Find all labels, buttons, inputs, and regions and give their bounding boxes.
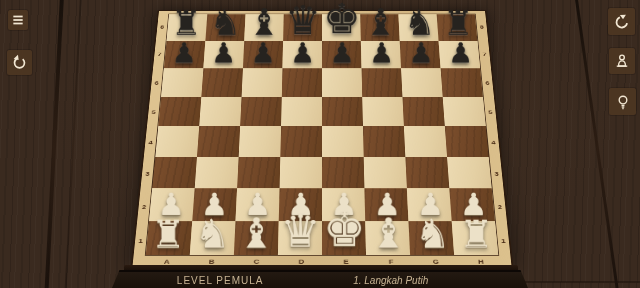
square-h7[interactable]: ♟ [439,41,481,68]
file-label-bottom: C [253,258,259,265]
piece-black-king[interactable]: ♚ [323,0,361,40]
square-f7[interactable]: ♟ [361,41,401,68]
piece-black-pawn[interactable]: ♟ [369,39,394,67]
square-d3[interactable] [280,157,322,189]
board-scene: ♜♞♝♛♚♝♞♜♟♟♟♟♟♟♟♟♟♟♟♟♟♟♟♟♜♞♝♛♚♝♞♜ ABCDEFG… [131,10,514,268]
square-c1[interactable]: ♝ [234,221,279,255]
file-label-bottom: D [298,258,304,265]
square-h1[interactable]: ♜ [452,221,499,255]
square-a7[interactable]: ♟ [164,41,206,68]
piece-white-knight[interactable]: ♞ [414,214,450,254]
square-f5[interactable] [362,97,404,126]
square-b7[interactable]: ♟ [203,41,244,68]
piece-black-queen[interactable]: ♛ [285,0,321,40]
rank-label-left: 4 [148,140,153,146]
piece-black-pawn[interactable]: ♟ [171,39,196,67]
square-c6[interactable] [242,68,283,96]
square-d7[interactable]: ♟ [282,41,322,68]
file-label-bottom: G [433,258,440,265]
piece-black-pawn[interactable]: ♟ [408,39,433,67]
rotate-board-button[interactable] [7,50,32,75]
undo-button[interactable] [608,8,635,35]
rank-label-left: 6 [154,80,158,86]
square-e1[interactable]: ♚ [322,221,366,255]
rank-label-right: 3 [494,171,499,177]
square-b6[interactable] [201,68,243,96]
rank-label-right: 8 [480,25,484,30]
piece-white-rook[interactable]: ♜ [459,216,493,254]
lightbulb-icon [614,93,632,111]
rotate-icon [11,54,28,71]
square-b1[interactable]: ♞ [190,221,236,255]
square-g4[interactable] [404,126,447,156]
menu-icon [11,13,25,27]
file-label-bottom: F [389,258,394,265]
piece-black-bishop[interactable]: ♝ [364,3,397,40]
piece-black-knight[interactable]: ♞ [403,5,434,40]
wood-seam [64,0,83,288]
menu-button[interactable] [8,10,28,30]
square-b4[interactable] [197,126,240,156]
piece-black-knight[interactable]: ♞ [209,5,240,40]
square-g3[interactable] [405,157,449,189]
square-h6[interactable] [441,68,483,96]
square-f6[interactable] [362,68,403,96]
piece-black-pawn[interactable]: ♟ [211,39,236,67]
rank-label-left: 5 [151,109,156,115]
piece-white-bishop[interactable]: ♝ [369,212,406,253]
square-c3[interactable] [237,157,280,189]
piece-black-pawn[interactable]: ♟ [250,39,275,67]
wood-seam [44,0,65,288]
rank-label-right: 2 [497,204,502,210]
square-e4[interactable] [322,126,364,156]
square-d5[interactable] [281,97,322,126]
square-c7[interactable]: ♟ [243,41,283,68]
move-status: 1. Langkah Putih [353,275,428,286]
square-h4[interactable] [445,126,489,156]
square-g7[interactable]: ♟ [400,41,441,68]
square-f4[interactable] [363,126,405,156]
piece-white-queen[interactable]: ♛ [280,209,320,254]
file-label-bottom: H [478,258,484,265]
rank-label-left: 7 [157,52,161,57]
square-f3[interactable] [364,157,407,189]
rank-label-right: 7 [482,52,486,57]
piece-black-rook[interactable]: ♜ [443,6,473,40]
square-a6[interactable] [161,68,203,96]
square-g1[interactable]: ♞ [408,221,454,255]
square-d4[interactable] [280,126,322,156]
undo-icon [613,13,631,31]
square-a3[interactable] [152,157,197,189]
square-h5[interactable] [443,97,486,126]
square-b5[interactable] [199,97,241,126]
rank-label-left: 3 [145,171,150,177]
chess-board: ♜♞♝♛♚♝♞♜♟♟♟♟♟♟♟♟♟♟♟♟♟♟♟♟♜♞♝♛♚♝♞♜ ABCDEFG… [131,10,514,268]
square-e5[interactable] [322,97,363,126]
piece-black-pawn[interactable]: ♟ [290,39,315,67]
square-e6[interactable] [322,68,362,96]
square-f1[interactable]: ♝ [365,221,410,255]
square-d6[interactable] [282,68,322,96]
piece-black-rook[interactable]: ♜ [171,6,201,40]
player-icon [613,52,631,70]
players-button[interactable] [609,48,635,74]
piece-black-bishop[interactable]: ♝ [247,3,280,40]
rank-label-left: 8 [160,25,164,30]
file-label-bottom: A [164,258,170,265]
piece-black-pawn[interactable]: ♟ [329,39,354,67]
piece-white-rook[interactable]: ♜ [151,216,185,254]
piece-white-knight[interactable]: ♞ [194,214,230,254]
rank-label-left: 2 [142,204,147,210]
piece-white-king[interactable]: ♚ [323,206,366,253]
square-d1[interactable]: ♛ [278,221,322,255]
square-e3[interactable] [322,157,364,189]
square-a5[interactable] [158,97,201,126]
file-label-bottom: B [209,258,215,265]
square-c5[interactable] [240,97,282,126]
square-b3[interactable] [195,157,239,189]
rank-label-right: 5 [488,109,493,115]
wood-seam [573,0,622,288]
square-c4[interactable] [239,126,281,156]
rank-label-right: 4 [491,140,496,146]
hint-button[interactable] [609,88,636,115]
level-label: LEVEL PEMULA [177,275,264,286]
file-label-bottom: E [344,258,349,265]
rank-label-right: 1 [501,238,506,245]
square-h3[interactable] [447,157,492,189]
piece-black-pawn[interactable]: ♟ [448,39,473,67]
game-screen: ♜♞♝♛♚♝♞♜♟♟♟♟♟♟♟♟♟♟♟♟♟♟♟♟♜♞♝♛♚♝♞♜ ABCDEFG… [0,0,640,288]
square-g6[interactable] [401,68,443,96]
rank-label-right: 6 [485,80,489,86]
square-a1[interactable]: ♜ [146,221,193,255]
piece-white-bishop[interactable]: ♝ [237,212,274,253]
square-e7[interactable]: ♟ [322,41,362,68]
wood-seam [522,281,640,283]
status-bar: LEVEL PEMULA 1. Langkah Putih [112,270,528,288]
rank-label-left: 1 [138,238,143,245]
square-a4[interactable] [155,126,199,156]
board-squares: ♜♞♝♛♚♝♞♜♟♟♟♟♟♟♟♟♟♟♟♟♟♟♟♟♜♞♝♛♚♝♞♜ [145,14,499,256]
square-g5[interactable] [402,97,444,126]
